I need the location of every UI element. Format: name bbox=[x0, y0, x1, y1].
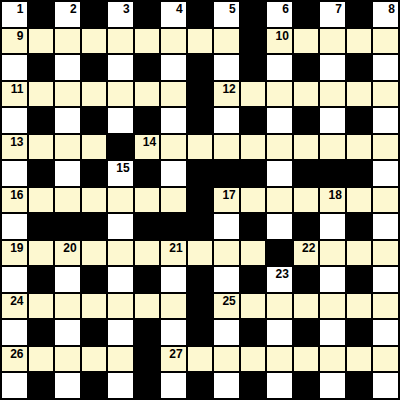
grid-cell-r1c4[interactable] bbox=[108, 29, 133, 54]
grid-cell-r11c4[interactable] bbox=[108, 294, 133, 319]
grid-cell-r3c9[interactable] bbox=[241, 82, 266, 107]
clue-number: 19 bbox=[3, 242, 24, 254]
grid-cell-r5c0[interactable]: 13 bbox=[2, 135, 27, 160]
grid-cell-r11c2[interactable] bbox=[55, 294, 80, 319]
block-cell bbox=[188, 214, 213, 239]
grid-cell-r9c9[interactable] bbox=[241, 241, 266, 266]
grid-cell-r2c0[interactable] bbox=[2, 55, 27, 80]
grid-cell-r12c2[interactable] bbox=[55, 320, 80, 345]
block-cell bbox=[241, 320, 266, 345]
block-cell bbox=[29, 161, 54, 186]
grid-cell-r11c1[interactable] bbox=[29, 294, 54, 319]
grid-cell-r5c11[interactable] bbox=[294, 135, 319, 160]
grid-cell-r12c10[interactable] bbox=[267, 320, 292, 345]
grid-cell-r3c0[interactable]: 11 bbox=[2, 82, 27, 107]
grid-cell-r13c11[interactable] bbox=[294, 347, 319, 372]
grid-cell-r8c4[interactable] bbox=[108, 214, 133, 239]
block-cell bbox=[188, 55, 213, 80]
block-cell bbox=[188, 2, 213, 27]
grid-cell-r6c0[interactable] bbox=[2, 161, 27, 186]
grid-cell-r13c8[interactable] bbox=[214, 347, 239, 372]
grid-cell-r12c14[interactable] bbox=[373, 320, 398, 345]
grid-cell-r3c8[interactable]: 12 bbox=[214, 82, 239, 107]
block-cell bbox=[188, 82, 213, 107]
grid-cell-r2c6[interactable] bbox=[161, 55, 186, 80]
block-cell bbox=[135, 214, 160, 239]
block-cell bbox=[82, 373, 107, 398]
block-cell bbox=[347, 267, 372, 292]
clue-number: 24 bbox=[3, 295, 24, 307]
grid-cell-r1c8[interactable] bbox=[214, 29, 239, 54]
grid-cell-r12c6[interactable] bbox=[161, 320, 186, 345]
clue-number: 5 bbox=[215, 3, 236, 15]
grid-cell-r6c14[interactable] bbox=[373, 161, 398, 186]
grid-cell-r1c6[interactable] bbox=[161, 29, 186, 54]
grid-cell-r12c4[interactable] bbox=[108, 320, 133, 345]
grid-cell-r2c12[interactable] bbox=[320, 55, 345, 80]
grid-cell-r5c2[interactable] bbox=[55, 135, 80, 160]
grid-cell-r7c5[interactable] bbox=[135, 188, 160, 213]
clue-number: 10 bbox=[268, 30, 289, 42]
grid-cell-r7c13[interactable] bbox=[347, 188, 372, 213]
grid-cell-r7c6[interactable] bbox=[161, 188, 186, 213]
grid-cell-r2c2[interactable] bbox=[55, 55, 80, 80]
grid-cell-r0c2[interactable]: 2 bbox=[55, 2, 80, 27]
block-cell bbox=[294, 55, 319, 80]
grid-cell-r2c8[interactable] bbox=[214, 55, 239, 80]
block-cell bbox=[241, 108, 266, 133]
clue-number: 12 bbox=[215, 83, 236, 95]
block-cell bbox=[241, 161, 266, 186]
block-cell bbox=[29, 373, 54, 398]
block-cell bbox=[241, 267, 266, 292]
grid-cell-r13c14[interactable] bbox=[373, 347, 398, 372]
grid-cell-r9c4[interactable] bbox=[108, 241, 133, 266]
block-cell bbox=[29, 320, 54, 345]
grid-cell-r8c0[interactable] bbox=[2, 214, 27, 239]
grid-cell-r9c3[interactable] bbox=[82, 241, 107, 266]
grid-cell-r11c0[interactable]: 24 bbox=[2, 294, 27, 319]
grid-cell-r11c11[interactable] bbox=[294, 294, 319, 319]
grid-cell-r3c4[interactable] bbox=[108, 82, 133, 107]
block-cell bbox=[188, 294, 213, 319]
grid-cell-r1c3[interactable] bbox=[82, 29, 107, 54]
block-cell bbox=[347, 214, 372, 239]
clue-number: 4 bbox=[162, 3, 183, 15]
grid-cell-r4c6[interactable] bbox=[161, 108, 186, 133]
block-cell bbox=[161, 214, 186, 239]
clue-number: 6 bbox=[268, 3, 289, 15]
grid-cell-r6c4[interactable]: 15 bbox=[108, 161, 133, 186]
block-cell bbox=[320, 161, 345, 186]
grid-cell-r3c12[interactable] bbox=[320, 82, 345, 107]
grid-cell-r0c0[interactable]: 1 bbox=[2, 2, 27, 27]
block-cell bbox=[347, 108, 372, 133]
clue-number: 21 bbox=[162, 242, 183, 254]
block-cell bbox=[135, 161, 160, 186]
grid-cell-r2c14[interactable] bbox=[373, 55, 398, 80]
grid-cell-r0c10[interactable]: 6 bbox=[267, 2, 292, 27]
grid-cell-r5c8[interactable] bbox=[214, 135, 239, 160]
clue-number: 2 bbox=[56, 3, 77, 15]
grid-cell-r10c6[interactable] bbox=[161, 267, 186, 292]
block-cell bbox=[29, 2, 54, 27]
grid-cell-r3c2[interactable] bbox=[55, 82, 80, 107]
grid-cell-r14c8[interactable] bbox=[214, 373, 239, 398]
grid-cell-r1c7[interactable] bbox=[188, 29, 213, 54]
grid-cell-r11c8[interactable]: 25 bbox=[214, 294, 239, 319]
grid-cell-r7c3[interactable] bbox=[82, 188, 107, 213]
grid-cell-r5c12[interactable] bbox=[320, 135, 345, 160]
grid-cell-r12c12[interactable] bbox=[320, 320, 345, 345]
grid-cell-r9c0[interactable]: 19 bbox=[2, 241, 27, 266]
grid-cell-r11c6[interactable] bbox=[161, 294, 186, 319]
block-cell bbox=[82, 267, 107, 292]
grid-cell-r3c10[interactable] bbox=[267, 82, 292, 107]
grid-cell-r14c14[interactable] bbox=[373, 373, 398, 398]
grid-cell-r7c12[interactable]: 18 bbox=[320, 188, 345, 213]
grid-cell-r5c3[interactable] bbox=[82, 135, 107, 160]
grid-cell-r5c14[interactable] bbox=[373, 135, 398, 160]
grid-cell-r7c0[interactable]: 16 bbox=[2, 188, 27, 213]
block-cell bbox=[294, 267, 319, 292]
block-cell bbox=[188, 320, 213, 345]
grid-cell-r1c11[interactable] bbox=[294, 29, 319, 54]
block-cell bbox=[241, 214, 266, 239]
grid-cell-r8c8[interactable] bbox=[214, 214, 239, 239]
grid-cell-r0c4[interactable]: 3 bbox=[108, 2, 133, 27]
grid-cell-r7c9[interactable] bbox=[241, 188, 266, 213]
grid-cell-r10c12[interactable] bbox=[320, 267, 345, 292]
grid-cell-r1c2[interactable] bbox=[55, 29, 80, 54]
block-cell bbox=[135, 320, 160, 345]
block-cell bbox=[214, 161, 239, 186]
block-cell bbox=[82, 2, 107, 27]
grid-cell-r14c10[interactable] bbox=[267, 373, 292, 398]
grid-cell-r2c10[interactable] bbox=[267, 55, 292, 80]
grid-cell-r6c10[interactable] bbox=[267, 161, 292, 186]
block-cell bbox=[135, 373, 160, 398]
clue-number: 25 bbox=[215, 295, 236, 307]
block-cell bbox=[188, 373, 213, 398]
block-cell bbox=[82, 161, 107, 186]
grid-cell-r1c13[interactable] bbox=[347, 29, 372, 54]
grid-cell-r6c6[interactable] bbox=[161, 161, 186, 186]
grid-cell-r10c4[interactable] bbox=[108, 267, 133, 292]
grid-cell-r14c0[interactable] bbox=[2, 373, 27, 398]
grid-cell-r7c8[interactable]: 17 bbox=[214, 188, 239, 213]
clue-number: 27 bbox=[162, 348, 183, 360]
block-cell bbox=[135, 2, 160, 27]
grid-cell-r4c4[interactable] bbox=[108, 108, 133, 133]
grid-cell-r0c12[interactable]: 7 bbox=[320, 2, 345, 27]
grid-cell-r9c13[interactable] bbox=[347, 241, 372, 266]
block-cell bbox=[347, 161, 372, 186]
block-cell bbox=[267, 241, 292, 266]
grid-cell-r9c5[interactable] bbox=[135, 241, 160, 266]
grid-cell-r2c4[interactable] bbox=[108, 55, 133, 80]
clue-number: 1 bbox=[3, 3, 24, 15]
grid-cell-r13c1[interactable] bbox=[29, 347, 54, 372]
grid-cell-r7c10[interactable] bbox=[267, 188, 292, 213]
grid-cell-r1c12[interactable] bbox=[320, 29, 345, 54]
grid-cell-r12c8[interactable] bbox=[214, 320, 239, 345]
grid-cell-r11c12[interactable] bbox=[320, 294, 345, 319]
grid-cell-r13c6[interactable]: 27 bbox=[161, 347, 186, 372]
clue-number: 14 bbox=[136, 136, 157, 148]
grid-cell-r11c13[interactable] bbox=[347, 294, 372, 319]
block-cell bbox=[82, 214, 107, 239]
block-cell bbox=[294, 2, 319, 27]
grid-cell-r10c14[interactable] bbox=[373, 267, 398, 292]
block-cell bbox=[188, 188, 213, 213]
block-cell bbox=[29, 108, 54, 133]
grid-cell-r14c6[interactable] bbox=[161, 373, 186, 398]
grid-cell-r12c0[interactable] bbox=[2, 320, 27, 345]
grid-cell-r5c1[interactable] bbox=[29, 135, 54, 160]
grid-cell-r14c12[interactable] bbox=[320, 373, 345, 398]
clue-number: 15 bbox=[109, 162, 130, 174]
grid-cell-r10c0[interactable] bbox=[2, 267, 27, 292]
grid-cell-r8c10[interactable] bbox=[267, 214, 292, 239]
block-cell bbox=[55, 214, 80, 239]
block-cell bbox=[135, 267, 160, 292]
grid-cell-r1c5[interactable] bbox=[135, 29, 160, 54]
clue-number: 9 bbox=[3, 30, 24, 42]
clue-number: 8 bbox=[374, 3, 395, 15]
grid-cell-r13c2[interactable] bbox=[55, 347, 80, 372]
block-cell bbox=[294, 214, 319, 239]
grid-cell-r1c14[interactable] bbox=[373, 29, 398, 54]
grid-cell-r11c10[interactable] bbox=[267, 294, 292, 319]
grid-cell-r4c14[interactable] bbox=[373, 108, 398, 133]
grid-cell-r7c4[interactable] bbox=[108, 188, 133, 213]
clue-number: 20 bbox=[56, 242, 77, 254]
grid-cell-r4c0[interactable] bbox=[2, 108, 27, 133]
grid-cell-r4c8[interactable] bbox=[214, 108, 239, 133]
block-cell bbox=[29, 214, 54, 239]
grid-cell-r11c14[interactable] bbox=[373, 294, 398, 319]
grid-cell-r5c9[interactable] bbox=[241, 135, 266, 160]
block-cell bbox=[135, 347, 160, 372]
grid-cell-r13c13[interactable] bbox=[347, 347, 372, 372]
clue-number: 22 bbox=[295, 242, 316, 254]
grid-cell-r1c10[interactable]: 10 bbox=[267, 29, 292, 54]
grid-cell-r9c6[interactable]: 21 bbox=[161, 241, 186, 266]
block-cell bbox=[241, 55, 266, 80]
grid-cell-r5c7[interactable] bbox=[188, 135, 213, 160]
grid-cell-r5c13[interactable] bbox=[347, 135, 372, 160]
grid-cell-r9c8[interactable] bbox=[214, 241, 239, 266]
block-cell bbox=[82, 55, 107, 80]
grid-cell-r10c10[interactable]: 23 bbox=[267, 267, 292, 292]
block-cell bbox=[241, 2, 266, 27]
grid-cell-r13c7[interactable] bbox=[188, 347, 213, 372]
grid-cell-r13c3[interactable] bbox=[82, 347, 107, 372]
grid-cell-r4c12[interactable] bbox=[320, 108, 345, 133]
block-cell bbox=[108, 135, 133, 160]
clue-number: 3 bbox=[109, 3, 130, 15]
block-cell bbox=[347, 55, 372, 80]
grid-cell-r13c9[interactable] bbox=[241, 347, 266, 372]
block-cell bbox=[294, 161, 319, 186]
block-cell bbox=[135, 108, 160, 133]
grid-cell-r9c12[interactable] bbox=[320, 241, 345, 266]
clue-number: 23 bbox=[268, 268, 289, 280]
grid-cell-r9c11[interactable]: 22 bbox=[294, 241, 319, 266]
clue-number: 26 bbox=[3, 348, 24, 360]
grid-cell-r11c5[interactable] bbox=[135, 294, 160, 319]
block-cell bbox=[241, 373, 266, 398]
block-cell bbox=[347, 320, 372, 345]
grid-cell-r6c2[interactable] bbox=[55, 161, 80, 186]
grid-cell-r3c13[interactable] bbox=[347, 82, 372, 107]
grid-cell-r13c10[interactable] bbox=[267, 347, 292, 372]
grid-cell-r10c8[interactable] bbox=[214, 267, 239, 292]
grid-cell-r9c14[interactable] bbox=[373, 241, 398, 266]
grid-cell-r1c0[interactable]: 9 bbox=[2, 29, 27, 54]
grid-cell-r3c5[interactable] bbox=[135, 82, 160, 107]
grid-cell-r9c1[interactable] bbox=[29, 241, 54, 266]
grid-cell-r10c2[interactable] bbox=[55, 267, 80, 292]
crossword-board: 1234567891011121314151617181920212223242… bbox=[0, 0, 400, 400]
grid-cell-r3c14[interactable] bbox=[373, 82, 398, 107]
block-cell bbox=[241, 29, 266, 54]
grid-cell-r13c0[interactable]: 26 bbox=[2, 347, 27, 372]
grid-cell-r0c6[interactable]: 4 bbox=[161, 2, 186, 27]
block-cell bbox=[294, 108, 319, 133]
grid-cell-r4c2[interactable] bbox=[55, 108, 80, 133]
grid-cell-r3c1[interactable] bbox=[29, 82, 54, 107]
grid-cell-r9c2[interactable]: 20 bbox=[55, 241, 80, 266]
clue-number: 16 bbox=[3, 189, 24, 201]
grid-cell-r3c11[interactable] bbox=[294, 82, 319, 107]
clue-number: 11 bbox=[3, 83, 24, 95]
grid-cell-r5c6[interactable] bbox=[161, 135, 186, 160]
grid-cell-r13c4[interactable] bbox=[108, 347, 133, 372]
grid-cell-r3c6[interactable] bbox=[161, 82, 186, 107]
block-cell bbox=[29, 267, 54, 292]
grid-cell-r8c12[interactable] bbox=[320, 214, 345, 239]
grid-cell-r7c11[interactable] bbox=[294, 188, 319, 213]
clue-number: 13 bbox=[3, 136, 24, 148]
clue-number: 18 bbox=[321, 189, 342, 201]
grid-cell-r11c3[interactable] bbox=[82, 294, 107, 319]
grid-cell-r14c4[interactable] bbox=[108, 373, 133, 398]
grid-cell-r11c9[interactable] bbox=[241, 294, 266, 319]
block-cell bbox=[135, 55, 160, 80]
clue-number: 7 bbox=[321, 3, 342, 15]
block-cell bbox=[188, 161, 213, 186]
grid-cell-r0c14[interactable]: 8 bbox=[373, 2, 398, 27]
grid-cell-r7c14[interactable] bbox=[373, 188, 398, 213]
grid-cell-r7c2[interactable] bbox=[55, 188, 80, 213]
block-cell bbox=[188, 267, 213, 292]
grid-cell-r8c14[interactable] bbox=[373, 214, 398, 239]
grid-cell-r0c8[interactable]: 5 bbox=[214, 2, 239, 27]
block-cell bbox=[29, 55, 54, 80]
clue-number: 17 bbox=[215, 189, 236, 201]
block-cell bbox=[188, 108, 213, 133]
grid-cell-r14c2[interactable] bbox=[55, 373, 80, 398]
block-cell bbox=[347, 373, 372, 398]
grid-cell-r9c7[interactable] bbox=[188, 241, 213, 266]
grid-cell-r7c1[interactable] bbox=[29, 188, 54, 213]
grid-cell-r4c10[interactable] bbox=[267, 108, 292, 133]
grid-cell-r1c1[interactable] bbox=[29, 29, 54, 54]
block-cell bbox=[347, 2, 372, 27]
grid-cell-r5c10[interactable] bbox=[267, 135, 292, 160]
grid-cell-r13c12[interactable] bbox=[320, 347, 345, 372]
block-cell bbox=[82, 320, 107, 345]
block-cell bbox=[294, 373, 319, 398]
block-cell bbox=[294, 320, 319, 345]
grid-cell-r5c5[interactable]: 14 bbox=[135, 135, 160, 160]
grid-cell-r3c3[interactable] bbox=[82, 82, 107, 107]
block-cell bbox=[82, 108, 107, 133]
